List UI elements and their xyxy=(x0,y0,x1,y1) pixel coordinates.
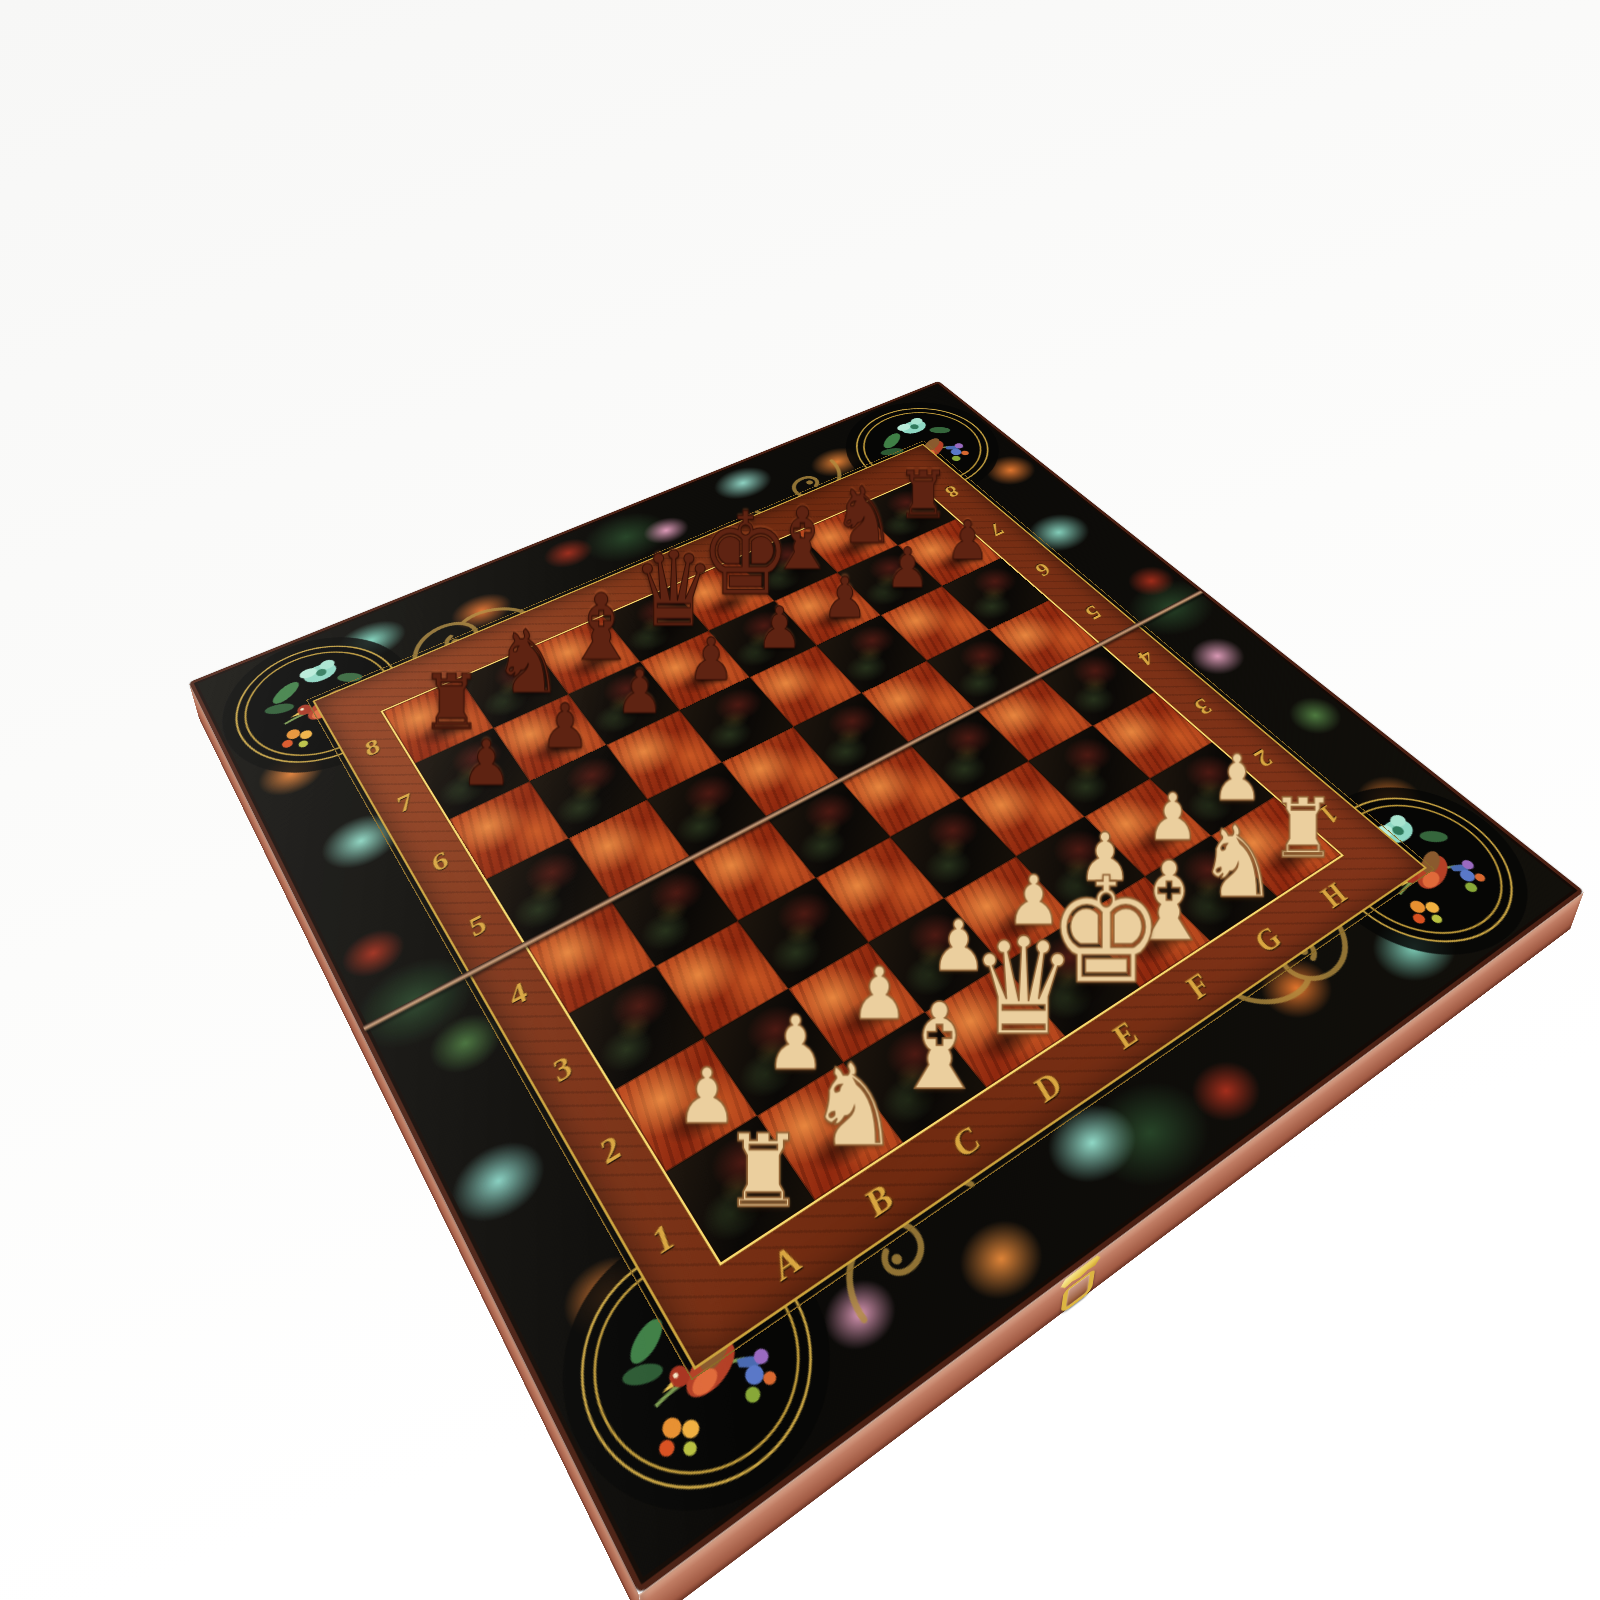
board-frame: ABCDEFGH 87654321 87654321 ♜♞♝♛♚♝♞♜♟♟♟♟♟… xyxy=(312,444,1427,1370)
chess-box: ABCDEFGH 87654321 87654321 ♜♞♝♛♚♝♞♜♟♟♟♟♟… xyxy=(189,381,1584,1594)
piece-black-pawn-d7[interactable]: ♟ xyxy=(671,630,752,689)
piece-black-pawn-a7[interactable]: ♟ xyxy=(443,732,530,795)
square-d5[interactable] xyxy=(722,727,840,818)
square-a6[interactable] xyxy=(449,781,568,879)
square-g4[interactable] xyxy=(976,676,1093,761)
piece-black-pawn-e7[interactable]: ♟ xyxy=(740,599,819,657)
piece-black-pawn-c7[interactable]: ♟ xyxy=(598,662,681,722)
product-photo: ABCDEFGH 87654321 87654321 ♜♞♝♛♚♝♞♜♟♟♟♟♟… xyxy=(0,0,1600,1600)
piece-white-rook-a1[interactable]: ♜ xyxy=(708,1122,818,1223)
scene: ABCDEFGH 87654321 87654321 ♜♞♝♛♚♝♞♜♟♟♟♟♟… xyxy=(0,0,1600,1600)
piece-black-pawn-b7[interactable]: ♟ xyxy=(523,696,608,758)
